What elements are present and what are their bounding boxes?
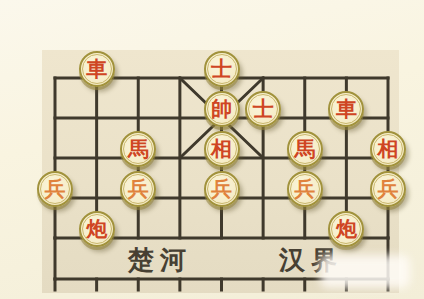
piece-horse-f7r3[interactable]: 馬 (287, 131, 323, 167)
piece-general-f5r2[interactable]: 帥 (204, 91, 240, 127)
piece-character: 士 (253, 99, 274, 120)
piece-character: 馬 (294, 139, 315, 160)
piece-character: 士 (211, 59, 232, 80)
piece-soldier-f5r4[interactable]: 兵 (204, 171, 240, 207)
piece-character: 兵 (128, 179, 149, 200)
piece-soldier-f9r4[interactable]: 兵 (370, 171, 406, 207)
piece-elephant-f5r3[interactable]: 相 (204, 131, 240, 167)
piece-character: 炮 (86, 219, 107, 240)
piece-elephant-f9r3[interactable]: 相 (370, 131, 406, 167)
piece-soldier-f3r4[interactable]: 兵 (120, 171, 156, 207)
piece-advisor-f5r1[interactable]: 士 (204, 51, 240, 87)
watermark-blur (320, 255, 410, 288)
piece-advisor-f6r2[interactable]: 士 (245, 91, 281, 127)
piece-character: 兵 (211, 179, 232, 200)
screenshot-stage: 楚河 汉界 車士帥士車馬相馬相兵兵兵兵兵炮炮 (0, 0, 424, 299)
piece-horse-f3r3[interactable]: 馬 (120, 131, 156, 167)
piece-character: 車 (86, 59, 107, 80)
piece-character: 兵 (378, 179, 399, 200)
piece-character: 相 (211, 139, 232, 160)
piece-character: 馬 (128, 139, 149, 160)
piece-character: 相 (378, 139, 399, 160)
piece-character: 炮 (336, 219, 357, 240)
piece-chariot-f2r1[interactable]: 車 (79, 51, 115, 87)
piece-character: 車 (336, 99, 357, 120)
river-label-chu-he: 楚河 (128, 246, 192, 276)
piece-cannon-f2r5[interactable]: 炮 (79, 211, 115, 247)
piece-character: 帥 (211, 99, 232, 120)
piece-soldier-f7r4[interactable]: 兵 (287, 171, 323, 207)
piece-character: 兵 (45, 179, 66, 200)
piece-character: 兵 (294, 179, 315, 200)
piece-soldier-f1r4[interactable]: 兵 (37, 171, 73, 207)
